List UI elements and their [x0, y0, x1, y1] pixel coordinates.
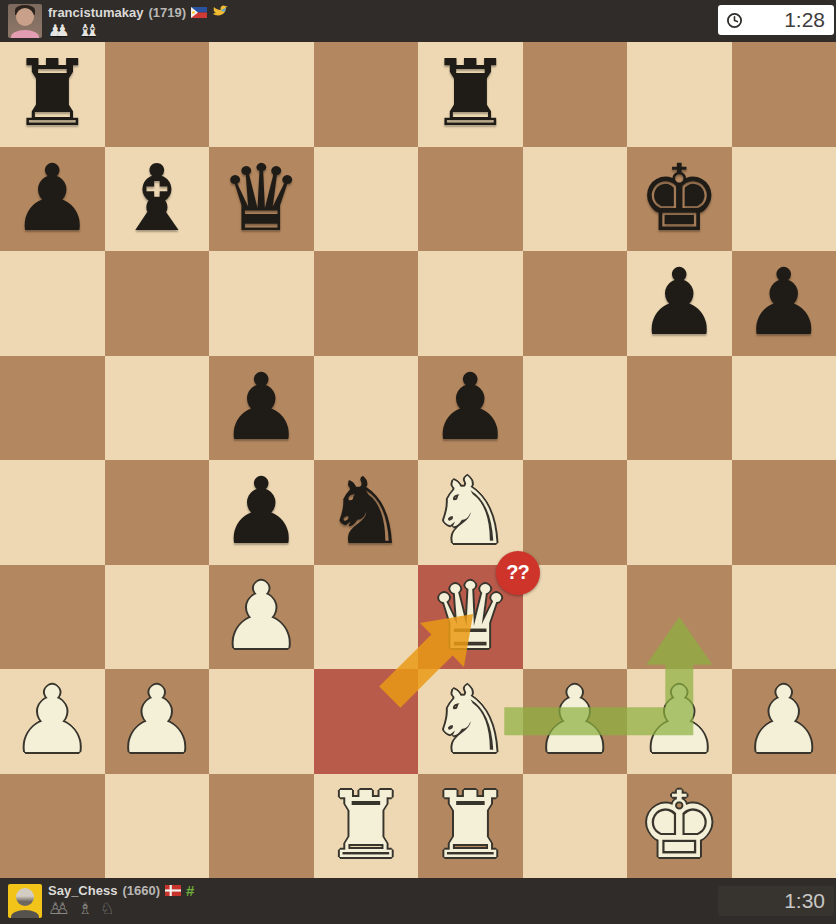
square-e3[interactable]: ♛	[418, 565, 523, 670]
black-pawn[interactable]: ♟	[638, 257, 720, 349]
square-e2[interactable]: ♞	[418, 669, 523, 774]
captured-group: ♙♙	[48, 901, 70, 917]
square-d2[interactable]	[314, 669, 419, 774]
captured-pawn-icon: ♟	[55, 23, 69, 39]
square-d8[interactable]	[314, 42, 419, 147]
square-d5[interactable]	[314, 356, 419, 461]
black-pawn[interactable]: ♟	[11, 153, 93, 245]
avatar-shirt	[11, 30, 39, 38]
square-d1[interactable]: ♜	[314, 774, 419, 879]
captured-bishop-icon: ♝	[85, 23, 99, 39]
player-avatar-top[interactable]	[8, 4, 42, 38]
square-h7[interactable]	[732, 147, 836, 252]
white-king[interactable]: ♚	[638, 780, 720, 872]
clock-icon	[726, 12, 743, 29]
square-e5[interactable]: ♟	[418, 356, 523, 461]
square-c4[interactable]: ♟	[209, 460, 314, 565]
white-rook[interactable]: ♜	[429, 780, 511, 872]
square-b7[interactable]: ♝	[105, 147, 210, 252]
black-king[interactable]: ♚	[638, 153, 720, 245]
square-h2[interactable]: ♟	[732, 669, 836, 774]
square-d6[interactable]	[314, 251, 419, 356]
captured-bishop-icon: ♗	[78, 901, 92, 917]
chess-board[interactable]: ♜♜♟♝♛♚♟♟♟♟♟♞♞♟♛♟♟♞♟♟♟♜♜♚ ??	[0, 42, 836, 878]
clock-time-top: 1:28	[784, 8, 834, 32]
square-a6[interactable]	[0, 251, 105, 356]
captured-pieces-bottom: ♙♙♗♘	[48, 900, 194, 918]
black-bishop[interactable]: ♝	[116, 153, 198, 245]
square-h3[interactable]	[732, 565, 836, 670]
player-name-bottom[interactable]: Say_Chess	[48, 883, 117, 898]
white-pawn[interactable]: ♟	[11, 675, 93, 767]
square-e1[interactable]: ♜	[418, 774, 523, 879]
avatar-shirt	[11, 910, 39, 918]
captured-group: ♗	[78, 901, 92, 917]
square-f6[interactable]	[523, 251, 628, 356]
black-pawn[interactable]: ♟	[220, 362, 302, 454]
chess-game-screen: francistumakay (1719) ♟♟♝♝ 1:28 ♜♜♟♝♛♚♟♟…	[0, 0, 836, 924]
square-b1[interactable]	[105, 774, 210, 879]
player-bar-top: francistumakay (1719) ♟♟♝♝ 1:28	[0, 0, 836, 42]
square-e4[interactable]: ♞	[418, 460, 523, 565]
black-pawn[interactable]: ♟	[429, 362, 511, 454]
square-g5[interactable]	[627, 356, 732, 461]
board-grid[interactable]: ♜♜♟♝♛♚♟♟♟♟♟♞♞♟♛♟♟♞♟♟♟♜♜♚	[0, 42, 836, 878]
square-f1[interactable]	[523, 774, 628, 879]
streamer-badge-icon: #	[186, 885, 194, 896]
square-f4[interactable]	[523, 460, 628, 565]
white-pawn[interactable]: ♟	[534, 675, 616, 767]
square-g2[interactable]: ♟	[627, 669, 732, 774]
square-c8[interactable]	[209, 42, 314, 147]
black-queen[interactable]: ♛	[220, 153, 302, 245]
square-g4[interactable]	[627, 460, 732, 565]
square-b3[interactable]	[105, 565, 210, 670]
square-b4[interactable]	[105, 460, 210, 565]
square-f8[interactable]	[523, 42, 628, 147]
captured-pieces-top: ♟♟♝♝	[48, 22, 229, 40]
avatar-face	[16, 888, 34, 906]
captured-group: ♟♟	[48, 23, 70, 39]
denmark-flag-icon	[165, 885, 181, 896]
square-h8[interactable]	[732, 42, 836, 147]
white-pawn[interactable]: ♟	[638, 675, 720, 767]
square-h1[interactable]	[732, 774, 836, 879]
captured-pawn-icon: ♙	[55, 901, 69, 917]
square-a7[interactable]: ♟	[0, 147, 105, 252]
square-f7[interactable]	[523, 147, 628, 252]
square-d4[interactable]: ♞	[314, 460, 419, 565]
white-pawn[interactable]: ♟	[743, 675, 825, 767]
white-pawn[interactable]: ♟	[220, 571, 302, 663]
black-rook[interactable]: ♜	[429, 48, 511, 140]
square-a8[interactable]: ♜	[0, 42, 105, 147]
square-a4[interactable]	[0, 460, 105, 565]
avatar-face	[16, 8, 34, 26]
square-b8[interactable]	[105, 42, 210, 147]
square-c1[interactable]	[209, 774, 314, 879]
square-c7[interactable]: ♛	[209, 147, 314, 252]
square-d7[interactable]	[314, 147, 419, 252]
square-f3[interactable]	[523, 565, 628, 670]
captured-group: ♘	[100, 901, 114, 917]
square-d3[interactable]	[314, 565, 419, 670]
square-a5[interactable]	[0, 356, 105, 461]
square-e7[interactable]	[418, 147, 523, 252]
square-f2[interactable]: ♟	[523, 669, 628, 774]
white-knight[interactable]: ♞	[429, 675, 511, 767]
square-g7[interactable]: ♚	[627, 147, 732, 252]
player-name-top[interactable]: francistumakay	[48, 5, 143, 20]
white-knight[interactable]: ♞	[429, 466, 511, 558]
square-a3[interactable]	[0, 565, 105, 670]
black-rook[interactable]: ♜	[11, 48, 93, 140]
philippines-flag-icon	[191, 7, 207, 18]
bird-icon	[212, 5, 229, 19]
square-h4[interactable]	[732, 460, 836, 565]
square-c5[interactable]: ♟	[209, 356, 314, 461]
black-knight[interactable]: ♞	[325, 466, 407, 558]
square-h5[interactable]	[732, 356, 836, 461]
square-b5[interactable]	[105, 356, 210, 461]
white-queen[interactable]: ♛	[429, 571, 511, 663]
square-f5[interactable]	[523, 356, 628, 461]
square-a1[interactable]	[0, 774, 105, 879]
square-g3[interactable]	[627, 565, 732, 670]
white-pawn[interactable]: ♟	[116, 675, 198, 767]
clock-bottom: 1:30	[718, 886, 834, 916]
player-bar-bottom: Say_Chess (1660) # ♙♙♗♘ 1:30	[0, 878, 836, 924]
square-b6[interactable]	[105, 251, 210, 356]
clock-time-bottom: 1:30	[784, 889, 834, 913]
clock-top: 1:28	[718, 5, 834, 35]
square-c3[interactable]: ♟	[209, 565, 314, 670]
square-h6[interactable]: ♟	[732, 251, 836, 356]
captured-knight-icon: ♘	[100, 901, 114, 917]
black-pawn[interactable]: ♟	[220, 466, 302, 558]
square-b2[interactable]: ♟	[105, 669, 210, 774]
square-c6[interactable]	[209, 251, 314, 356]
square-g6[interactable]: ♟	[627, 251, 732, 356]
square-e6[interactable]	[418, 251, 523, 356]
black-pawn[interactable]: ♟	[743, 257, 825, 349]
square-a2[interactable]: ♟	[0, 669, 105, 774]
square-c2[interactable]	[209, 669, 314, 774]
player-avatar-bottom[interactable]	[8, 884, 42, 918]
player-rating-top: (1719)	[148, 5, 186, 20]
player-rating-bottom: (1660)	[122, 883, 160, 898]
square-g8[interactable]	[627, 42, 732, 147]
white-rook[interactable]: ♜	[325, 780, 407, 872]
square-g1[interactable]: ♚	[627, 774, 732, 879]
captured-group: ♝♝	[78, 23, 100, 39]
square-e8[interactable]: ♜	[418, 42, 523, 147]
